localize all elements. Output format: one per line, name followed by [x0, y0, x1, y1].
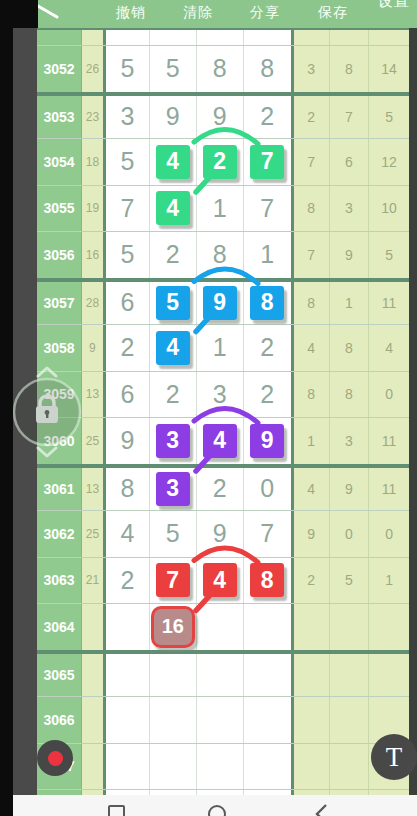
stat-cell [291, 654, 330, 697]
digit-cell [103, 744, 150, 790]
digit-cell: 0 [244, 468, 291, 511]
chart-canvas[interactable]: 3052265588381430532339922753054185427761… [37, 28, 409, 797]
digit-cell: 2 [103, 558, 150, 604]
stat-cell: 0 [369, 372, 409, 418]
digit-cell [150, 744, 197, 790]
sum-cell: 26 [82, 46, 103, 92]
stat-cell: 1 [330, 282, 369, 325]
stat-cell: 7 [330, 96, 369, 139]
stat-cell [330, 30, 369, 45]
table-row: 30541854277612 [37, 138, 409, 185]
digit-cell: 8 [197, 46, 244, 92]
digit-cell: 2 [197, 468, 244, 511]
highlighted-digit: 9 [203, 286, 237, 320]
sum-cell: 28 [82, 282, 103, 325]
digit-cell: 4 [150, 186, 197, 232]
stat-cell: 8 [291, 186, 330, 232]
chevron-down-icon[interactable] [38, 448, 56, 456]
digit-cell [150, 697, 197, 743]
undo-button[interactable]: 撤销 [107, 4, 155, 22]
stat-cell: 11 [369, 468, 409, 511]
stat-cell [330, 654, 369, 697]
digit-cell: 7 [150, 558, 197, 604]
digit-cell: 1 [197, 186, 244, 232]
highlighted-digit: 4 [203, 424, 237, 458]
digit-cell: 8 [197, 232, 244, 278]
app-screen: 撤销 清除 分享 保存 设置 3052265588381430532339922… [0, 0, 417, 816]
digit-cell: 2 [150, 372, 197, 418]
digit-cell: 7 [103, 186, 150, 232]
period-label: 3063 [37, 558, 82, 604]
table-row: 3053233992275 [37, 92, 409, 139]
digit-cell: 9 [197, 282, 244, 325]
digit-cell: 7 [244, 511, 291, 557]
digit-cell: 8 [244, 282, 291, 325]
stat-cell: 9 [291, 511, 330, 557]
stat-cell: 5 [369, 96, 409, 139]
stat-cell: 11 [369, 418, 409, 464]
table-row: 3062254597900 [37, 510, 409, 557]
digit-cell: 2 [244, 372, 291, 418]
digit-cell [244, 744, 291, 790]
digit-cell [103, 30, 150, 45]
period-label: 3052 [37, 46, 82, 92]
digit-cell [244, 697, 291, 743]
text-tool-button[interactable]: T [371, 734, 417, 780]
sum-cell: 19 [82, 186, 103, 232]
digit-cell: 5 [150, 282, 197, 325]
digit-cell: 6 [103, 372, 150, 418]
digit-cell: 8 [244, 558, 291, 604]
table-row: 3066 [37, 696, 409, 743]
digit-cell [103, 604, 150, 650]
stat-cell: 4 [291, 325, 330, 371]
digit-cell: 4 [197, 558, 244, 604]
share-button[interactable]: 分享 [241, 4, 289, 22]
stat-cell: 8 [330, 325, 369, 371]
stat-cell [330, 744, 369, 790]
digit-cell: 3 [103, 96, 150, 139]
stat-cell: 3 [291, 46, 330, 92]
digit-cell: 6 [103, 282, 150, 325]
stat-cell [291, 697, 330, 743]
right-gray-strip [409, 28, 417, 795]
sum-cell [82, 744, 103, 790]
digit-cell [244, 654, 291, 697]
period-label: 3065 [37, 654, 82, 697]
digit-cell: 5 [103, 46, 150, 92]
stat-cell: 9 [330, 232, 369, 278]
stat-cell: 8 [291, 282, 330, 325]
digit-cell [197, 654, 244, 697]
clear-button[interactable]: 清除 [174, 4, 222, 22]
highlighted-digit: 3 [156, 424, 190, 458]
stat-cell: 1 [369, 558, 409, 604]
table-row: 305892412484 [37, 324, 409, 371]
stat-cell: 7 [291, 232, 330, 278]
digit-cell: 4 [197, 418, 244, 464]
digit-cell [150, 654, 197, 697]
home-icon[interactable] [208, 805, 226, 816]
stat-cell: 8 [330, 372, 369, 418]
stat-cell [369, 30, 409, 45]
stat-cell: 12 [369, 139, 409, 185]
digit-cell: 9 [103, 418, 150, 464]
table-row: 3059136232880 [37, 371, 409, 418]
sum-cell [82, 654, 103, 697]
highlighted-digit: 7 [250, 145, 284, 179]
digit-cell: 1 [197, 325, 244, 371]
highlighted-digit: 5 [156, 286, 190, 320]
digit-cell [244, 30, 291, 45]
digit-cell [103, 654, 150, 697]
stat-cell: 8 [291, 372, 330, 418]
stat-cell: 0 [369, 511, 409, 557]
table-row: 3065 [37, 650, 409, 697]
stat-cell: 1 [291, 418, 330, 464]
digit-cell [103, 697, 150, 743]
digit-cell: 2 [150, 232, 197, 278]
sum-cell: 25 [82, 511, 103, 557]
table-row: 3063212748251 [37, 557, 409, 604]
period-label: 3057 [37, 282, 82, 325]
settings-button-partial[interactable]: 设置 [370, 0, 417, 11]
period-label: 3066 [37, 697, 82, 743]
record-button[interactable] [37, 740, 73, 776]
digit-cell: 4 [150, 325, 197, 371]
sum-cell: 18 [82, 139, 103, 185]
digit-cell [197, 697, 244, 743]
digit-cell: 9 [244, 418, 291, 464]
sum-cell: 23 [82, 96, 103, 139]
digit-cell: 3 [150, 468, 197, 511]
digit-cell: 2 [103, 325, 150, 371]
digit-cell: 2 [197, 139, 244, 185]
stat-cell [291, 30, 330, 45]
digit-cell: 9 [197, 96, 244, 139]
digit-cell: 4 [103, 511, 150, 557]
period-label: 3062 [37, 511, 82, 557]
stat-cell: 5 [330, 558, 369, 604]
highlighted-digit: 3 [156, 472, 190, 506]
table-row: 306416 [37, 603, 409, 650]
digit-cell: 3 [197, 372, 244, 418]
sum-cell [82, 697, 103, 743]
digit-cell: 1 [244, 232, 291, 278]
table-row: 3056165281795 [37, 231, 409, 278]
pending-entry-cell: 16 [151, 606, 195, 648]
stat-cell: 0 [330, 511, 369, 557]
highlighted-digit: 2 [203, 145, 237, 179]
period-label: 3055 [37, 186, 82, 232]
highlighted-digit: 4 [156, 145, 190, 179]
recents-icon[interactable] [108, 805, 125, 816]
stat-cell: 9 [330, 468, 369, 511]
sum-cell: 13 [82, 468, 103, 511]
left-black-strip [0, 0, 13, 816]
highlighted-digit: 9 [250, 424, 284, 458]
stat-cell: 7 [291, 139, 330, 185]
stat-cell: 10 [369, 186, 409, 232]
table-row: 30602593491311 [37, 417, 409, 464]
table-row: 30522655883814 [37, 45, 409, 92]
chevron-up-icon[interactable] [38, 368, 56, 376]
digit-cell: 5 [103, 139, 150, 185]
stat-cell: 3 [330, 418, 369, 464]
stat-cell [330, 697, 369, 743]
stat-cell [369, 654, 409, 697]
toolbar: 撤销 清除 分享 保存 设置 [0, 0, 417, 28]
stat-cell [330, 604, 369, 650]
table-row: 30572865988111 [37, 278, 409, 325]
digit-cell [244, 604, 291, 650]
stat-cell: 8 [330, 46, 369, 92]
digit-cell: 2 [244, 325, 291, 371]
period-label: 3064 [37, 604, 82, 650]
period-label: 3053 [37, 96, 82, 139]
stat-cell: 2 [291, 558, 330, 604]
stat-cell [369, 604, 409, 650]
period-label: 3054 [37, 139, 82, 185]
digit-cell [197, 744, 244, 790]
save-button[interactable]: 保存 [309, 4, 357, 22]
sum-cell: 21 [82, 558, 103, 604]
digit-cell [150, 30, 197, 45]
stat-cell: 14 [369, 46, 409, 92]
scroll-lock-control[interactable] [4, 352, 90, 468]
digit-cell: 7 [244, 186, 291, 232]
stat-cell: 4 [369, 325, 409, 371]
stat-cell [291, 744, 330, 790]
digit-cell [197, 604, 244, 650]
digit-cell: 2 [244, 96, 291, 139]
digit-cell: 9 [150, 96, 197, 139]
stat-cell: 6 [330, 139, 369, 185]
sum-cell [82, 604, 103, 650]
digit-cell: 8 [244, 46, 291, 92]
android-nav-bar [0, 795, 417, 816]
sum-cell [82, 30, 103, 45]
highlighted-digit: 4 [156, 331, 190, 365]
back-icon[interactable] [312, 803, 332, 816]
highlighted-digit: 8 [250, 286, 284, 320]
highlighted-digit: 4 [156, 191, 190, 225]
digit-cell: 5 [150, 511, 197, 557]
table-row: 3067 [37, 743, 409, 790]
period-label: 3061 [37, 468, 82, 511]
table-row [37, 30, 409, 45]
stat-cell: 4 [291, 468, 330, 511]
stat-cell: 2 [291, 96, 330, 139]
highlighted-digit: 4 [203, 563, 237, 597]
digit-cell: 8 [103, 468, 150, 511]
stat-cell [291, 604, 330, 650]
digit-cell: 16 [150, 604, 197, 650]
digit-cell: 3 [150, 418, 197, 464]
sum-cell: 16 [82, 232, 103, 278]
digit-cell: 4 [150, 139, 197, 185]
table-row: 30551974178310 [37, 185, 409, 232]
digit-cell: 5 [103, 232, 150, 278]
table-row: 30611383204911 [37, 464, 409, 511]
stat-cell: 3 [330, 186, 369, 232]
period-label: 3056 [37, 232, 82, 278]
digit-cell: 9 [197, 511, 244, 557]
stat-cell: 5 [369, 232, 409, 278]
highlighted-digit: 8 [250, 563, 284, 597]
stat-cell: 11 [369, 282, 409, 325]
digit-cell: 5 [150, 46, 197, 92]
record-dot-icon [48, 751, 63, 766]
period-label [37, 30, 82, 45]
digit-cell [197, 30, 244, 45]
highlighted-digit: 7 [156, 563, 190, 597]
digit-cell: 7 [244, 139, 291, 185]
